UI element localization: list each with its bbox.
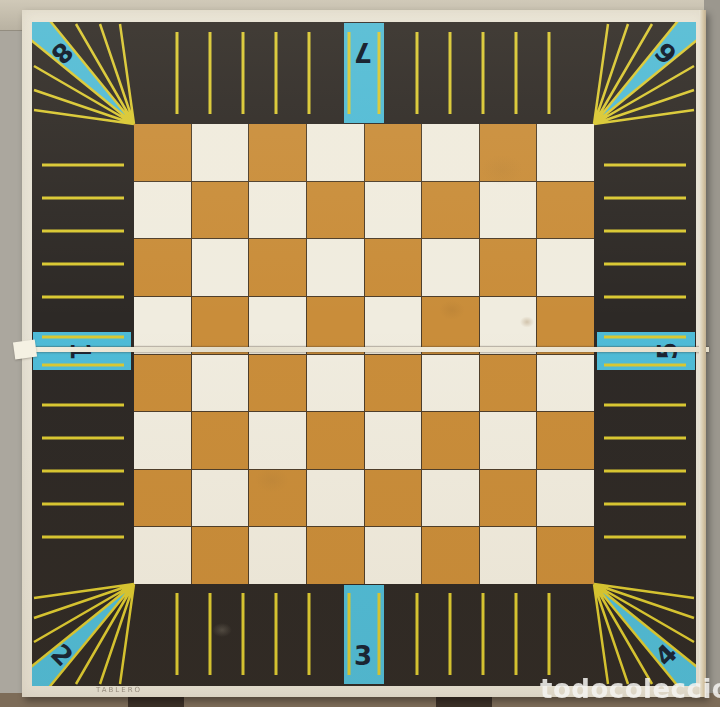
square (537, 527, 594, 584)
square (480, 182, 537, 239)
square (249, 527, 306, 584)
square (422, 412, 479, 469)
fold-crease (19, 347, 709, 352)
square (307, 470, 364, 527)
square (307, 412, 364, 469)
square (134, 239, 191, 296)
square (134, 412, 191, 469)
printed-caption: TABLERO (96, 686, 142, 694)
background-right-strip (704, 0, 720, 707)
square (480, 239, 537, 296)
square (480, 355, 537, 412)
fold-crease-notch (13, 340, 37, 360)
square (134, 182, 191, 239)
square (307, 239, 364, 296)
square (480, 124, 537, 181)
square (537, 124, 594, 181)
square (365, 412, 422, 469)
square (249, 355, 306, 412)
square (192, 124, 249, 181)
square (537, 239, 594, 296)
square (422, 297, 479, 354)
square (192, 239, 249, 296)
square (365, 470, 422, 527)
square (249, 182, 306, 239)
square (192, 182, 249, 239)
square (134, 470, 191, 527)
square (365, 239, 422, 296)
square (365, 297, 422, 354)
photo-background: 1 2 3 4 5 6 7 8 TABLERO todocoleccion (0, 0, 720, 707)
square (537, 297, 594, 354)
square (422, 239, 479, 296)
frame-number-3: 3 (354, 643, 372, 669)
square (192, 470, 249, 527)
square (537, 470, 594, 527)
square (365, 527, 422, 584)
square (537, 412, 594, 469)
square (480, 412, 537, 469)
square (134, 124, 191, 181)
card-edge (699, 10, 706, 697)
watermark-text: todocoleccion (540, 674, 720, 704)
checkerboard (134, 124, 594, 584)
square (134, 527, 191, 584)
square (422, 182, 479, 239)
square (307, 355, 364, 412)
square (365, 182, 422, 239)
square (422, 124, 479, 181)
square (249, 124, 306, 181)
square (192, 297, 249, 354)
square (249, 470, 306, 527)
square (249, 297, 306, 354)
square (192, 355, 249, 412)
square (192, 412, 249, 469)
square (365, 355, 422, 412)
square (307, 297, 364, 354)
square (537, 182, 594, 239)
square (134, 355, 191, 412)
game-board-card: 1 2 3 4 5 6 7 8 TABLERO (22, 10, 706, 697)
square (480, 470, 537, 527)
square (192, 527, 249, 584)
square (365, 124, 422, 181)
square (422, 470, 479, 527)
square (422, 527, 479, 584)
square (422, 355, 479, 412)
square (307, 124, 364, 181)
frame-number-7: 7 (354, 39, 372, 65)
square (249, 239, 306, 296)
square (307, 182, 364, 239)
square (249, 412, 306, 469)
square (480, 297, 537, 354)
square (134, 297, 191, 354)
square (307, 527, 364, 584)
square (480, 527, 537, 584)
square (537, 355, 594, 412)
